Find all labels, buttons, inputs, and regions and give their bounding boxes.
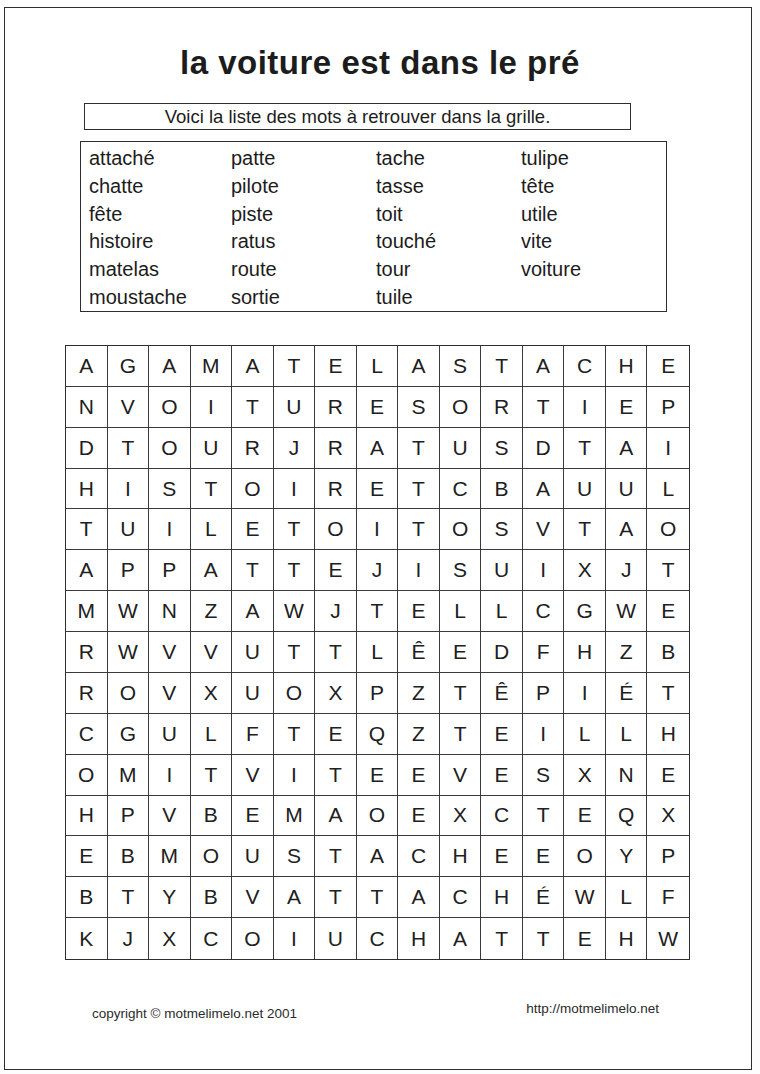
grid-cell: S [523, 755, 565, 796]
word-item: attaché [89, 145, 231, 173]
grid-cell: T [523, 796, 565, 837]
grid-cell: I [398, 550, 440, 591]
grid-cell: C [398, 836, 440, 877]
grid-cell: E [523, 836, 565, 877]
grid-cell: T [440, 673, 482, 714]
grid-cell: C [564, 346, 606, 387]
grid-cell: E [398, 591, 440, 632]
grid-cell: T [564, 428, 606, 469]
grid-cell: U [606, 469, 648, 510]
grid-cell: B [191, 877, 233, 918]
grid-cell: G [108, 714, 150, 755]
grid-cell: R [315, 387, 357, 428]
word-item: route [231, 256, 376, 284]
grid-cell: O [357, 796, 399, 837]
grid-cell: T [564, 509, 606, 550]
grid-cell: H [481, 877, 523, 918]
grid-cell: Z [606, 632, 648, 673]
grid-cell: U [149, 714, 191, 755]
word-grid: AGAMATELASTACHENVOITURESORTIEPDTOURJRATU… [65, 345, 690, 960]
grid-cell: O [440, 387, 482, 428]
grid-cell: I [564, 387, 606, 428]
grid-cell: S [440, 550, 482, 591]
word-item: matelas [89, 256, 231, 284]
grid-cell: E [315, 714, 357, 755]
grid-cell: A [232, 591, 274, 632]
grid-cell: T [481, 346, 523, 387]
grid-cell: E [232, 509, 274, 550]
grid-cell: U [274, 387, 316, 428]
grid-cell: H [564, 632, 606, 673]
grid-cell: Y [606, 836, 648, 877]
grid-cell: F [232, 714, 274, 755]
grid-cell: J [606, 550, 648, 591]
word-item: patte [231, 145, 376, 173]
page-title: la voiture est dans le pré [0, 44, 760, 82]
grid-cell: Z [398, 714, 440, 755]
grid-cell: T [398, 469, 440, 510]
word-item: tulipe [521, 145, 661, 173]
grid-cell: P [149, 550, 191, 591]
grid-cell: P [108, 550, 150, 591]
grid-cell: C [440, 877, 482, 918]
grid-cell: L [481, 591, 523, 632]
grid-cell: W [274, 591, 316, 632]
grid-cell: B [191, 796, 233, 837]
word-item: vite [521, 228, 661, 256]
grid-cell: W [108, 591, 150, 632]
grid-cell: S [398, 387, 440, 428]
grid-cell: A [315, 796, 357, 837]
grid-cell: T [274, 714, 316, 755]
word-list-box: attachéchattefêtehistoirematelasmoustach… [80, 141, 667, 312]
grid-cell: X [191, 673, 233, 714]
grid-cell: T [274, 632, 316, 673]
grid-cell: O [315, 509, 357, 550]
grid-cell: L [606, 877, 648, 918]
grid-cell: O [440, 509, 482, 550]
grid-cell: I [108, 469, 150, 510]
grid-cell: B [108, 836, 150, 877]
grid-cell: A [191, 550, 233, 591]
grid-cell: M [108, 755, 150, 796]
grid-cell: T [191, 755, 233, 796]
grid-cell: R [481, 387, 523, 428]
grid-cell: O [108, 673, 150, 714]
grid-cell: O [232, 918, 274, 959]
grid-cell: D [66, 428, 108, 469]
footer-copyright: copyright © motmelimelo.net 2001 [92, 1006, 297, 1021]
grid-cell: T [357, 877, 399, 918]
grid-cell: I [357, 509, 399, 550]
grid-cell: U [440, 428, 482, 469]
grid-cell: S [274, 836, 316, 877]
grid-cell: M [149, 836, 191, 877]
grid-cell: X [564, 550, 606, 591]
grid-cell: V [108, 387, 150, 428]
grid-cell: E [357, 469, 399, 510]
grid-cell: T [398, 428, 440, 469]
word-item: tour [376, 256, 521, 284]
grid-cell: R [315, 428, 357, 469]
grid-cell: A [606, 509, 648, 550]
grid-cell: E [647, 755, 689, 796]
word-item: voiture [521, 256, 661, 284]
grid-cell: L [440, 591, 482, 632]
grid-cell: T [274, 346, 316, 387]
grid-cell: A [232, 346, 274, 387]
grid-cell: V [440, 755, 482, 796]
grid-cell: K [66, 918, 108, 959]
grid-cell: I [149, 755, 191, 796]
grid-cell: P [523, 673, 565, 714]
grid-cell: E [398, 755, 440, 796]
grid-cell: G [564, 591, 606, 632]
grid-cell: S [481, 428, 523, 469]
grid-cell: S [149, 469, 191, 510]
word-column: tachetassetoittouchétourtuile [376, 145, 521, 311]
grid-cell: A [149, 346, 191, 387]
grid-cell: A [357, 428, 399, 469]
word-item: moustache [89, 284, 231, 312]
grid-cell: H [647, 714, 689, 755]
grid-cell: O [149, 387, 191, 428]
grid-cell: M [274, 796, 316, 837]
grid-cell: F [523, 632, 565, 673]
grid-cell: W [647, 918, 689, 959]
grid-cell: M [66, 591, 108, 632]
grid-cell: D [481, 632, 523, 673]
grid-cell: H [440, 836, 482, 877]
grid-cell: J [315, 591, 357, 632]
grid-cell: T [523, 918, 565, 959]
grid-cell: P [108, 796, 150, 837]
grid-cell: I [274, 918, 316, 959]
grid-cell: C [523, 591, 565, 632]
grid-cell: L [647, 469, 689, 510]
word-item: touché [376, 228, 521, 256]
grid-cell: A [66, 550, 108, 591]
grid-cell: J [108, 918, 150, 959]
grid-cell: S [481, 509, 523, 550]
grid-cell: T [481, 918, 523, 959]
grid-cell: U [232, 673, 274, 714]
grid-cell: H [606, 918, 648, 959]
grid-cell: F [647, 877, 689, 918]
word-item: tête [521, 173, 661, 201]
grid-cell: Ê [398, 632, 440, 673]
grid-cell: L [357, 632, 399, 673]
grid-cell: T [357, 591, 399, 632]
grid-cell: B [481, 469, 523, 510]
grid-cell: T [108, 877, 150, 918]
grid-cell: T [315, 632, 357, 673]
word-item: tuile [376, 284, 521, 312]
grid-cell: T [66, 509, 108, 550]
grid-cell: W [564, 877, 606, 918]
grid-cell: É [606, 673, 648, 714]
grid-cell: V [232, 755, 274, 796]
grid-cell: E [564, 796, 606, 837]
grid-cell: P [647, 387, 689, 428]
grid-cell: Z [398, 673, 440, 714]
grid-cell: V [149, 796, 191, 837]
word-item: tache [376, 145, 521, 173]
grid-cell: U [315, 918, 357, 959]
grid-cell: O [66, 755, 108, 796]
grid-cell: H [66, 796, 108, 837]
grid-cell: I [149, 509, 191, 550]
grid-cell: L [191, 714, 233, 755]
grid-cell: E [357, 755, 399, 796]
word-item: ratus [231, 228, 376, 256]
grid-cell: T [315, 877, 357, 918]
grid-cell: X [149, 918, 191, 959]
grid-cell: I [523, 714, 565, 755]
grid-cell: I [564, 673, 606, 714]
word-list-columns: attachéchattefêtehistoirematelasmoustach… [89, 145, 666, 311]
grid-cell: E [440, 632, 482, 673]
grid-cell: T [232, 550, 274, 591]
instruction-text: Voici la liste des mots à retrouver dans… [165, 106, 551, 128]
grid-cell: E [606, 387, 648, 428]
grid-cell: J [357, 550, 399, 591]
grid-cell: V [149, 673, 191, 714]
grid-cell: T [647, 550, 689, 591]
grid-cell: T [191, 469, 233, 510]
grid-cell: H [398, 918, 440, 959]
grid-cell: A [606, 428, 648, 469]
word-item: toit [376, 201, 521, 229]
grid-cell: R [232, 428, 274, 469]
grid-cell: A [440, 918, 482, 959]
grid-cell: W [606, 591, 648, 632]
grid-cell: E [232, 796, 274, 837]
grid-cell: C [66, 714, 108, 755]
grid-cell: R [66, 632, 108, 673]
word-item: sortie [231, 284, 376, 312]
grid-cell: N [606, 755, 648, 796]
grid-cell: E [315, 346, 357, 387]
grid-cell: O [647, 509, 689, 550]
grid-cell: V [232, 877, 274, 918]
grid-cell: A [398, 346, 440, 387]
grid-cell: C [191, 918, 233, 959]
grid-cell: E [647, 591, 689, 632]
grid-cell: V [149, 632, 191, 673]
instruction-box: Voici la liste des mots à retrouver dans… [84, 103, 631, 130]
footer-url: http://motmelimelo.net [526, 1001, 659, 1016]
grid-cell: A [523, 469, 565, 510]
grid-cell: I [523, 550, 565, 591]
grid-cell: Z [191, 591, 233, 632]
grid-cell: A [523, 346, 565, 387]
grid-cell: T [232, 387, 274, 428]
grid-cell: N [66, 387, 108, 428]
grid-cell: E [398, 796, 440, 837]
grid-cell: J [274, 428, 316, 469]
grid-cell: U [108, 509, 150, 550]
grid-cell: T [647, 673, 689, 714]
grid-cell: U [564, 469, 606, 510]
grid-cell: T [440, 714, 482, 755]
grid-cell: X [564, 755, 606, 796]
word-item: fête [89, 201, 231, 229]
grid-cell: É [523, 877, 565, 918]
grid-cell: T [398, 509, 440, 550]
grid-cell: A [398, 877, 440, 918]
grid-cell: I [274, 469, 316, 510]
grid-cell: P [357, 673, 399, 714]
grid-cell: N [149, 591, 191, 632]
grid-cell: O [274, 673, 316, 714]
grid-cell: U [481, 550, 523, 591]
grid-cell: O [232, 469, 274, 510]
grid-cell: O [149, 428, 191, 469]
grid-cell: Y [149, 877, 191, 918]
word-column: tulipetêteutilevitevoiture [521, 145, 661, 311]
grid-cell: T [108, 428, 150, 469]
grid-cell: R [66, 673, 108, 714]
grid-cell: C [481, 796, 523, 837]
grid-cell: E [357, 387, 399, 428]
word-item: tasse [376, 173, 521, 201]
grid-cell: S [440, 346, 482, 387]
grid-cell: T [274, 550, 316, 591]
word-column: pattepilotepisteratusroutesortie [231, 145, 376, 311]
grid-cell: A [66, 346, 108, 387]
grid-cell: V [191, 632, 233, 673]
grid-cell: E [66, 836, 108, 877]
grid-cell: B [647, 632, 689, 673]
grid-cell: X [440, 796, 482, 837]
grid-cell: O [191, 836, 233, 877]
grid-cell: L [606, 714, 648, 755]
grid-cell: C [440, 469, 482, 510]
grid-cell: E [481, 714, 523, 755]
word-column: attachéchattefêtehistoirematelasmoustach… [89, 145, 231, 311]
grid-cell: H [66, 469, 108, 510]
grid-cell: R [315, 469, 357, 510]
grid-cell: T [274, 509, 316, 550]
grid-cell: M [191, 346, 233, 387]
grid-cell: E [481, 836, 523, 877]
grid-cell: P [647, 836, 689, 877]
grid-cell: A [357, 836, 399, 877]
grid-cell: I [191, 387, 233, 428]
grid-cell: E [564, 918, 606, 959]
grid-cell: U [232, 632, 274, 673]
grid-cell: L [191, 509, 233, 550]
grid-cell: D [523, 428, 565, 469]
grid-cell: X [315, 673, 357, 714]
grid-cell: E [315, 550, 357, 591]
grid-cell: Q [357, 714, 399, 755]
grid-cell: U [191, 428, 233, 469]
grid-cell: T [315, 755, 357, 796]
grid-cell: U [232, 836, 274, 877]
grid-cell: G [108, 346, 150, 387]
word-item: utile [521, 201, 661, 229]
grid-cell: A [274, 877, 316, 918]
grid-cell: T [523, 387, 565, 428]
grid-cell: I [274, 755, 316, 796]
grid-cell: L [357, 346, 399, 387]
grid-cell: T [315, 836, 357, 877]
grid-cell: E [481, 755, 523, 796]
grid-cell: X [647, 796, 689, 837]
grid-cell: I [647, 428, 689, 469]
grid-cell: V [523, 509, 565, 550]
word-item: histoire [89, 228, 231, 256]
grid-cell: O [564, 836, 606, 877]
grid-cell: L [564, 714, 606, 755]
word-item: chatte [89, 173, 231, 201]
grid-cell: C [357, 918, 399, 959]
grid-cell: Ê [481, 673, 523, 714]
grid-cell: Q [606, 796, 648, 837]
grid-cell: E [647, 346, 689, 387]
word-item: pilote [231, 173, 376, 201]
word-item: piste [231, 201, 376, 229]
grid-cell: W [108, 632, 150, 673]
grid-cell: B [66, 877, 108, 918]
grid-cell: H [606, 346, 648, 387]
